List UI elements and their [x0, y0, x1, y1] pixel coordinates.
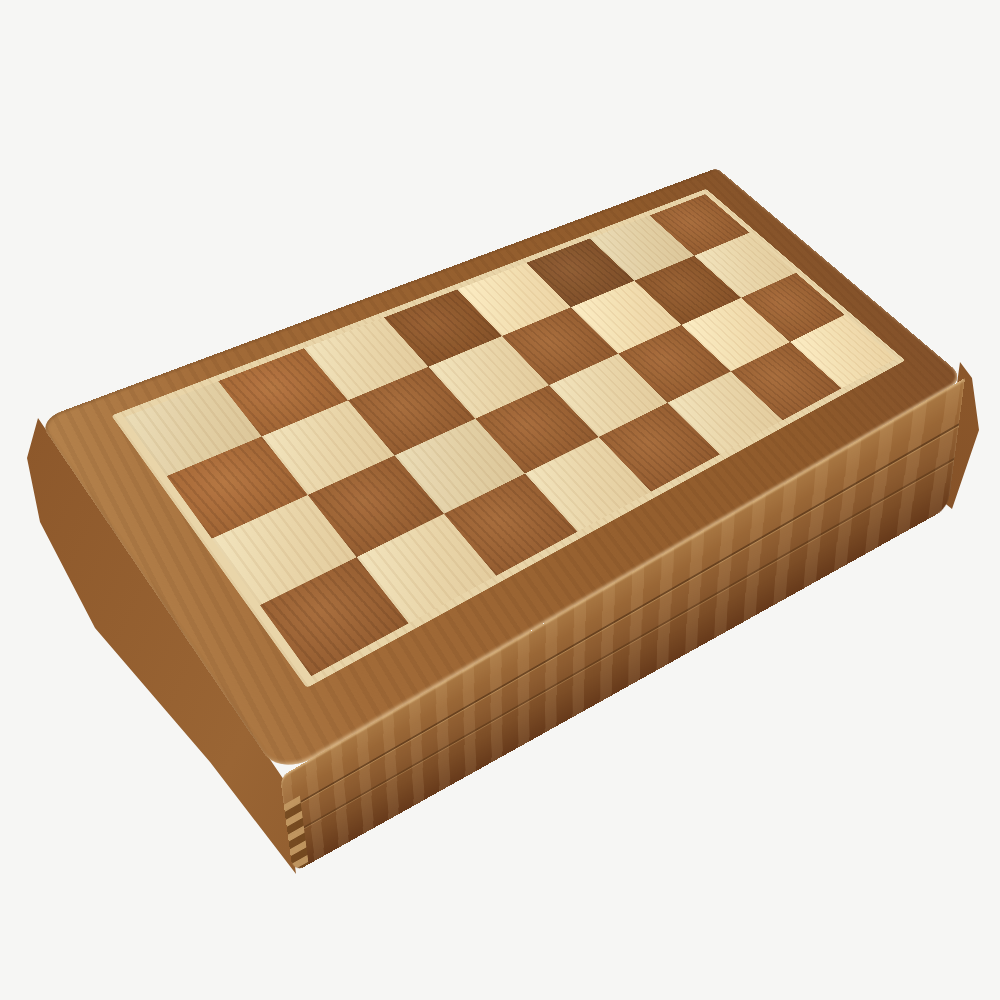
- maple-border-inlay: [111, 189, 905, 688]
- chess-box-photo: [0, 0, 1000, 1000]
- board-grid: [124, 194, 895, 676]
